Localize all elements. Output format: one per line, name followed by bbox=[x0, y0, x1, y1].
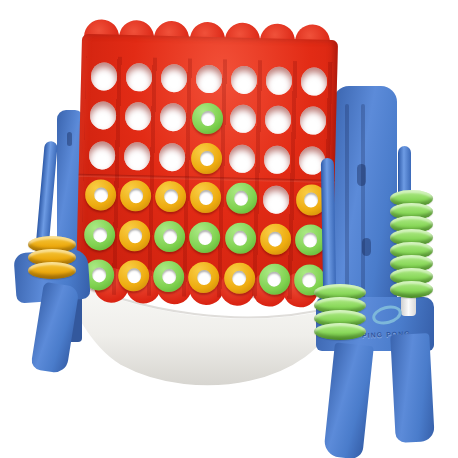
board-cell-r2-c5[interactable] bbox=[225, 99, 261, 140]
disc-center-hole bbox=[197, 269, 211, 284]
board-cell-r6-c6[interactable] bbox=[256, 259, 292, 300]
green-ring[interactable] bbox=[314, 323, 366, 340]
disc-center-hole bbox=[127, 268, 141, 283]
yellow-ring-stack bbox=[28, 236, 76, 279]
yellow-disc[interactable] bbox=[155, 181, 187, 213]
post-slot bbox=[362, 238, 371, 256]
yellow-disc[interactable] bbox=[190, 182, 222, 214]
board-cell-r1-c3[interactable] bbox=[156, 58, 192, 99]
board-cell-r5-c2[interactable] bbox=[117, 215, 153, 256]
board-cell-r1-c2[interactable] bbox=[121, 57, 157, 98]
board-cell-r5-c3[interactable] bbox=[152, 216, 188, 257]
post-groove bbox=[345, 104, 349, 314]
empty-hole bbox=[263, 185, 290, 214]
empty-hole bbox=[196, 65, 223, 94]
yellow-disc[interactable] bbox=[119, 220, 151, 252]
disc-center-hole bbox=[267, 271, 281, 286]
disc-center-hole bbox=[164, 189, 178, 204]
board-cell-r4-c2[interactable] bbox=[118, 176, 154, 217]
board-cell-r5-c1[interactable] bbox=[82, 215, 118, 256]
board-cell-r2-c2[interactable] bbox=[120, 97, 156, 138]
right-leg-rear-foot bbox=[390, 333, 435, 443]
disc-center-hole bbox=[163, 229, 177, 244]
board-cell-r3-c3[interactable] bbox=[154, 137, 190, 178]
board-cell-r4-c5[interactable] bbox=[223, 178, 259, 219]
inner-right-ring-pole bbox=[321, 158, 336, 298]
empty-hole bbox=[230, 105, 257, 134]
disc-center-hole bbox=[199, 190, 213, 205]
disc-center-hole bbox=[200, 150, 214, 165]
board-cell-r2-c1[interactable] bbox=[85, 96, 121, 137]
disc-center-hole bbox=[93, 227, 107, 242]
empty-hole bbox=[159, 143, 186, 172]
empty-hole bbox=[124, 102, 151, 131]
disc-center-hole bbox=[232, 270, 246, 285]
disc-center-hole bbox=[162, 269, 176, 284]
board-cell-r5-c4[interactable] bbox=[187, 217, 223, 258]
empty-hole bbox=[123, 142, 150, 171]
empty-hole bbox=[264, 146, 291, 175]
board-cell-r6-c5[interactable] bbox=[221, 258, 257, 299]
green-disc[interactable] bbox=[153, 260, 185, 292]
board-cell-r4-c1[interactable] bbox=[83, 175, 119, 216]
empty-hole bbox=[300, 107, 327, 136]
yellow-disc[interactable] bbox=[85, 179, 117, 211]
green-disc[interactable] bbox=[84, 219, 116, 251]
board-cell-r1-c5[interactable] bbox=[226, 59, 262, 100]
board-cell-r6-c4[interactable] bbox=[186, 257, 222, 298]
yellow-ring[interactable] bbox=[28, 262, 76, 279]
yellow-disc[interactable] bbox=[120, 180, 152, 212]
disc-center-hole bbox=[92, 267, 106, 282]
board-scallop-top-edge bbox=[82, 19, 338, 25]
empty-hole bbox=[161, 64, 188, 93]
yellow-disc[interactable] bbox=[191, 142, 223, 174]
green-disc[interactable] bbox=[225, 183, 257, 215]
yellow-disc[interactable] bbox=[118, 260, 150, 292]
post-groove bbox=[361, 104, 365, 314]
giant-connect-four-photo: PING PONG bbox=[0, 0, 458, 458]
disc-center-hole bbox=[303, 232, 317, 247]
post-slot bbox=[67, 132, 72, 146]
board-cell-r2-c4[interactable] bbox=[190, 98, 226, 139]
disc-center-hole bbox=[198, 230, 212, 245]
disc-center-hole bbox=[233, 231, 247, 246]
board-cell-r5-c5[interactable] bbox=[222, 218, 258, 259]
green-disc[interactable] bbox=[189, 222, 221, 254]
green-ring[interactable] bbox=[390, 281, 433, 298]
board-cell-r3-c6[interactable] bbox=[259, 140, 295, 181]
board-cell-r5-c6[interactable] bbox=[257, 219, 293, 260]
board-cell-r1-c1[interactable] bbox=[86, 56, 122, 97]
connect-four-board bbox=[76, 19, 339, 305]
empty-hole bbox=[231, 65, 258, 94]
board-cell-r3-c1[interactable] bbox=[84, 135, 120, 176]
board-body bbox=[76, 34, 338, 290]
yellow-disc[interactable] bbox=[260, 223, 292, 255]
board-cell-r1-c4[interactable] bbox=[191, 59, 227, 100]
disc-center-hole bbox=[268, 232, 282, 247]
green-disc[interactable] bbox=[259, 263, 291, 295]
board-cell-r3-c5[interactable] bbox=[224, 139, 260, 180]
empty-hole bbox=[88, 141, 115, 170]
board-cell-r2-c6[interactable] bbox=[260, 100, 296, 141]
yellow-disc[interactable] bbox=[223, 262, 255, 294]
green-ring-stack-inner bbox=[314, 284, 366, 340]
green-disc[interactable] bbox=[224, 222, 256, 254]
green-ring-stack-far bbox=[390, 190, 433, 298]
board-cell-r1-c6[interactable] bbox=[261, 60, 297, 101]
empty-hole bbox=[265, 106, 292, 135]
empty-hole bbox=[266, 66, 293, 95]
board-cell-r6-c2[interactable] bbox=[116, 255, 152, 296]
disc-center-hole bbox=[128, 228, 142, 243]
board-cell-r2-c7[interactable] bbox=[295, 101, 331, 142]
empty-hole bbox=[90, 62, 117, 91]
disc-center-hole bbox=[201, 111, 215, 126]
post-slot bbox=[357, 164, 366, 186]
green-disc[interactable] bbox=[154, 221, 186, 253]
green-disc[interactable] bbox=[192, 103, 224, 135]
board-cell-r2-c3[interactable] bbox=[155, 97, 191, 138]
empty-hole bbox=[160, 103, 187, 132]
board-grid bbox=[81, 56, 333, 300]
disc-center-hole bbox=[94, 188, 108, 203]
disc-center-hole bbox=[304, 193, 318, 208]
board-cell-r3-c2[interactable] bbox=[119, 136, 155, 177]
board-cell-r6-c3[interactable] bbox=[151, 256, 187, 297]
empty-hole bbox=[301, 67, 328, 96]
disc-center-hole bbox=[234, 191, 248, 206]
board-cell-r3-c4[interactable] bbox=[189, 138, 225, 179]
board-cell-r4-c4[interactable] bbox=[188, 178, 224, 219]
empty-hole bbox=[125, 63, 152, 92]
yellow-disc[interactable] bbox=[188, 261, 220, 293]
empty-hole bbox=[89, 102, 116, 131]
board-cell-r4-c3[interactable] bbox=[153, 177, 189, 218]
board-cell-r1-c7[interactable] bbox=[296, 61, 332, 102]
empty-hole bbox=[229, 145, 256, 174]
disc-center-hole bbox=[129, 188, 143, 203]
board-cell-r4-c6[interactable] bbox=[258, 179, 294, 220]
